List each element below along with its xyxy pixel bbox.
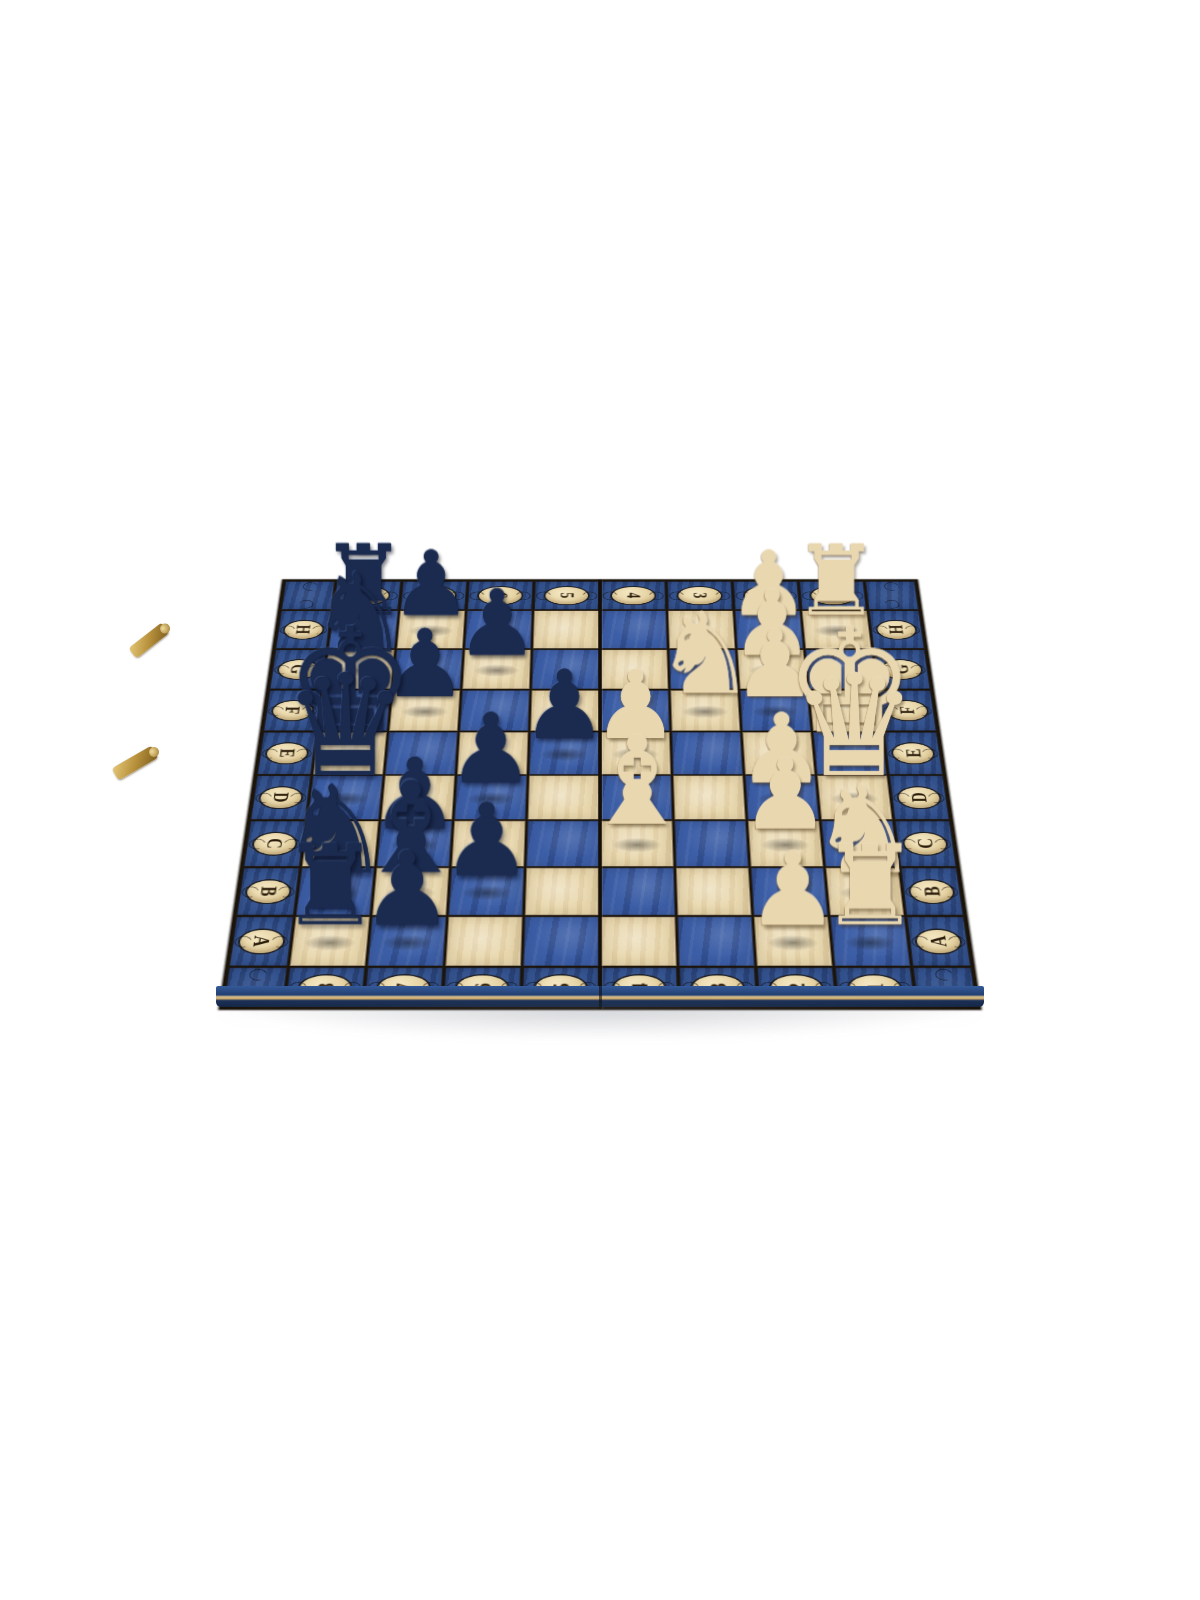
- square-a6[interactable]: [445, 917, 522, 966]
- fold-seam-edge: [599, 986, 602, 1007]
- square-c4[interactable]: ♝: [601, 821, 674, 867]
- square-g6[interactable]: ♟: [462, 650, 531, 689]
- coordinate-medallion: 5: [545, 587, 588, 604]
- clasp-knob-icon: [147, 745, 161, 759]
- square-b6[interactable]: ♟: [448, 868, 524, 915]
- board-3d-plane: 87654321H♜♟♟♜HG♞♟♟GF♟♞♟FE♚♟♟♚ED♛♟♟♛DC♟♝♟…: [219, 580, 980, 1010]
- square-b5[interactable]: [525, 868, 599, 915]
- square-a5[interactable]: [523, 917, 599, 966]
- brass-clasp-icon: [128, 622, 169, 658]
- chess-board: 87654321H♜♟♟♜HG♞♟♟GF♟♞♟FE♚♟♟♚ED♛♟♟♛DC♟♝♟…: [219, 580, 980, 1010]
- square-h5[interactable]: [533, 611, 599, 649]
- border-label-far-5: 5: [534, 581, 599, 609]
- square-b4[interactable]: [601, 868, 675, 915]
- brass-clasp-icon: [112, 745, 159, 780]
- square-a7[interactable]: ♟: [367, 917, 446, 966]
- square-a1[interactable]: ♜: [830, 917, 910, 966]
- coordinate-medallion: A: [916, 930, 962, 953]
- coordinate-medallion: 4: [612, 587, 655, 604]
- square-b3[interactable]: [676, 868, 752, 915]
- square-a8[interactable]: ♜: [290, 917, 370, 966]
- box-front-edge: [216, 986, 984, 1007]
- square-a3[interactable]: [677, 917, 754, 966]
- square-a4[interactable]: [601, 917, 677, 966]
- coordinate-medallion: A: [239, 930, 285, 953]
- floor-shadow: [210, 1006, 990, 1040]
- clasp-knob-icon: [158, 621, 172, 635]
